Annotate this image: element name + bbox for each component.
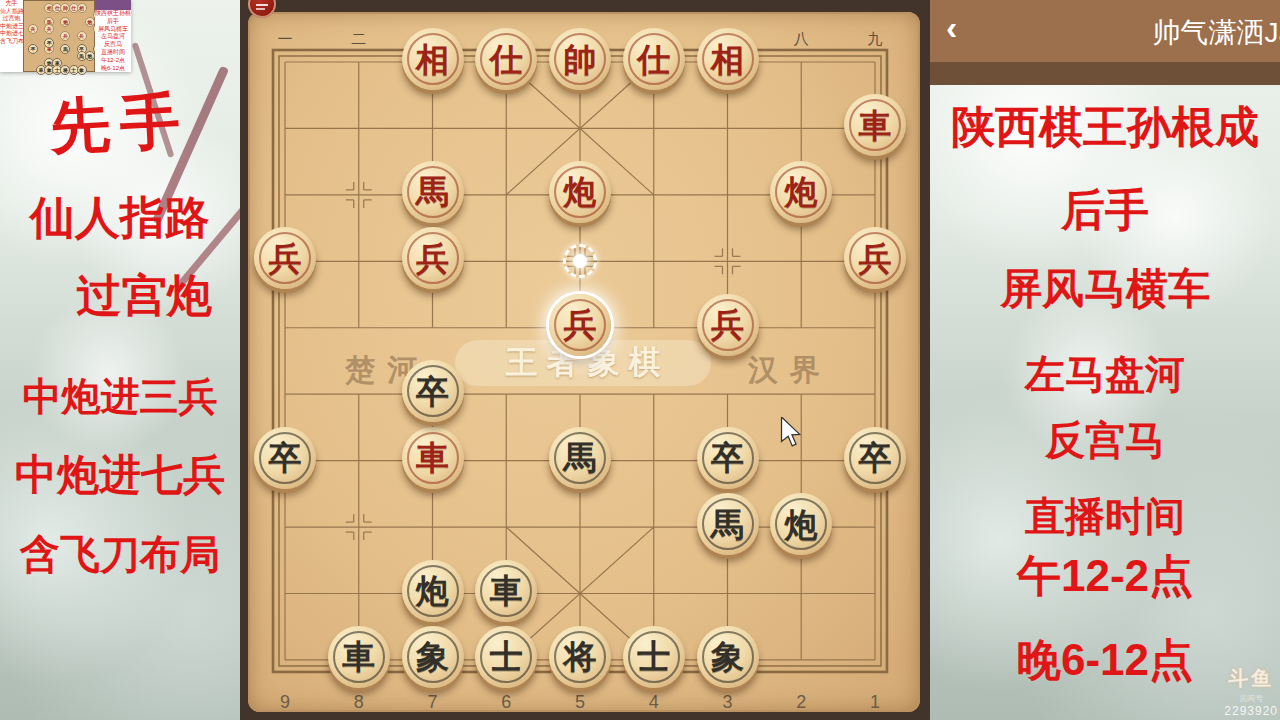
right-panel: ‹ 帅气潇洒Ja 陕西棋王孙根成后手屏风马横车左马盘河反宫马直播时间午12-2点…	[930, 0, 1280, 720]
piece-red-f5r0[interactable]: 帥	[549, 28, 611, 90]
piece-glyph: 卒	[416, 375, 449, 408]
stream-thumbnail[interactable]: 先手仙人指路过宫炮中炮进三兵中炮进七兵含飞刀布局 相仕帥仕相車馬炮炮兵兵兵兵兵車…	[0, 0, 131, 72]
left-caption: 中炮进三兵	[0, 377, 240, 418]
mini-piece: 馬	[60, 44, 70, 54]
screen: 先手仙人指路过宫炮中炮进三兵中炮进七兵含飞刀布局 一二三四五六七八九 98765…	[0, 0, 1280, 720]
mini-piece: 相	[77, 3, 87, 13]
piece-glyph: 兵	[859, 242, 892, 275]
piece-black-f6r9[interactable]: 士	[623, 626, 685, 688]
piece-red-f1r3[interactable]: 兵	[254, 227, 316, 289]
piece-black-f1r6[interactable]: 卒	[254, 427, 316, 489]
piece-glyph: 兵	[416, 242, 449, 275]
piece-glyph: 馬	[564, 441, 597, 474]
piece-glyph: 象	[416, 640, 449, 673]
piece-glyph: 炮	[416, 574, 449, 607]
piece-red-f4r0[interactable]: 仕	[475, 28, 537, 90]
mini-caption: 陕西棋王孙根成	[95, 10, 131, 18]
file-label-top: 八	[794, 30, 809, 49]
piece-glyph: 相	[416, 43, 449, 76]
piece-black-f7r7[interactable]: 馬	[697, 493, 759, 555]
file-label-top: 九	[868, 30, 883, 49]
mini-caption: 仙人指路	[0, 8, 23, 16]
piece-black-f3r5[interactable]: 卒	[402, 360, 464, 422]
douyu-logo: 斗鱼	[1224, 665, 1278, 692]
piece-black-f7r6[interactable]: 卒	[697, 427, 759, 489]
left-caption: 含飞刀布局	[0, 533, 240, 575]
file-label-bottom: 1	[870, 692, 880, 713]
thumbnail-right-text: 陕西棋王孙根成后手屏风马横车左马盘河反宫马直播时间午12-2点晚6-12点	[95, 0, 131, 72]
piece-red-f7r0[interactable]: 相	[697, 28, 759, 90]
piece-glyph: 将	[564, 640, 597, 673]
room-number: 2293920	[1224, 704, 1278, 718]
xiangqi-board: 一二三四五六七八九 987654321 楚河 汉界 王者象棋 相仕帥仕相車馬炮炮…	[248, 12, 920, 712]
piece-glyph: 炮	[785, 508, 818, 541]
piece-red-f3r3[interactable]: 兵	[402, 227, 464, 289]
file-label-bottom: 2	[796, 692, 806, 713]
piece-black-f3r8[interactable]: 炮	[402, 560, 464, 622]
left-caption: 仙人指路	[0, 194, 240, 241]
piece-glyph: 車	[490, 574, 523, 607]
mini-caption: 含飞刀布局	[0, 38, 23, 46]
mini-caption: 中炮进三兵	[0, 23, 23, 31]
piece-glyph: 相	[711, 43, 744, 76]
thumbnail-mini-board: 相仕帥仕相車馬炮炮兵兵兵兵兵車卒卒馬卒卒馬炮炮車車象士将士象	[23, 0, 95, 72]
mini-piece: 炮	[60, 17, 70, 27]
piece-red-f9r1[interactable]: 車	[844, 94, 906, 156]
piece-glyph: 車	[342, 640, 375, 673]
piece-red-f3r2[interactable]: 馬	[402, 161, 464, 223]
right-caption: 反宫马	[930, 419, 1280, 461]
file-label-bottom: 6	[501, 692, 511, 713]
piece-red-f9r3[interactable]: 兵	[844, 227, 906, 289]
left-caption: 中炮进七兵	[0, 453, 240, 497]
piece-black-f3r9[interactable]: 象	[402, 626, 464, 688]
piece-glyph: 炮	[564, 175, 597, 208]
piece-glyph: 士	[637, 640, 670, 673]
piece-red-f7r4[interactable]: 兵	[697, 294, 759, 356]
piece-red-f8r2[interactable]: 炮	[770, 161, 832, 223]
file-label-bottom: 7	[427, 692, 437, 713]
mini-piece: 兵	[60, 31, 70, 41]
app-header: ‹ 帅气潇洒Ja	[930, 0, 1280, 62]
piece-red-f3r0[interactable]: 相	[402, 28, 464, 90]
thumbnail-header-bar	[95, 0, 131, 10]
river-label-han: 汉界	[748, 350, 832, 391]
piece-black-f7r9[interactable]: 象	[697, 626, 759, 688]
douyu-watermark: 斗鱼 房间号 2293920	[1224, 665, 1278, 718]
piece-glyph: 炮	[785, 175, 818, 208]
piece-black-f5r6[interactable]: 馬	[549, 427, 611, 489]
piece-glyph: 兵	[269, 242, 302, 275]
last-move-marker	[563, 244, 597, 278]
right-caption: 后手	[930, 187, 1280, 233]
piece-glyph: 卒	[711, 441, 744, 474]
mini-caption: 直播时间	[95, 49, 131, 57]
piece-red-f6r0[interactable]: 仕	[623, 28, 685, 90]
mini-caption: 午12-2点	[95, 57, 131, 65]
piece-black-f8r7[interactable]: 炮	[770, 493, 832, 555]
mini-caption: 屏风马横车	[95, 26, 131, 34]
mini-caption: 过宫炮	[0, 15, 23, 23]
file-label-bottom: 8	[354, 692, 364, 713]
back-icon[interactable]: ‹	[946, 8, 957, 47]
left-caption: 过宫炮	[24, 272, 264, 319]
mini-caption: 先手	[0, 0, 23, 8]
file-label-top: 二	[351, 30, 366, 49]
file-label-bottom: 4	[649, 692, 659, 713]
thumbnail-left-text: 先手仙人指路过宫炮中炮进三兵中炮进七兵含飞刀布局	[0, 0, 23, 72]
room-label: 房间号	[1224, 693, 1278, 704]
mini-piece: 卒	[28, 44, 38, 54]
mini-piece: 炮	[85, 51, 95, 61]
mini-caption: 反宫马	[95, 41, 131, 49]
right-caption: 屏风马横车	[930, 267, 1280, 311]
header-substrip	[930, 62, 1280, 85]
piece-black-f4r9[interactable]: 士	[475, 626, 537, 688]
piece-red-f5r2[interactable]: 炮	[549, 161, 611, 223]
mini-caption: 晚6-12点	[95, 65, 131, 72]
piece-black-f5r9[interactable]: 将	[549, 626, 611, 688]
right-caption: 午12-2点	[930, 553, 1280, 599]
mini-piece: 象	[77, 65, 87, 75]
mini-caption: 中炮进七兵	[0, 30, 23, 38]
piece-glyph: 卒	[859, 441, 892, 474]
mini-caption: 后手	[95, 18, 131, 26]
piece-glyph: 士	[490, 640, 523, 673]
right-caption: 陕西棋王孙根成	[930, 104, 1280, 150]
piece-black-f2r9[interactable]: 車	[328, 626, 390, 688]
piece-glyph: 象	[711, 640, 744, 673]
header-title: 帅气潇洒Ja	[1152, 14, 1280, 52]
piece-black-f4r8[interactable]: 車	[475, 560, 537, 622]
piece-glyph: 卒	[269, 441, 302, 474]
mini-piece: 兵	[28, 24, 38, 34]
file-label-bottom: 3	[722, 692, 732, 713]
mini-piece: 卒	[44, 38, 54, 48]
piece-glyph: 車	[859, 109, 892, 142]
piece-glyph: 仕	[490, 43, 523, 76]
mini-piece: 兵	[77, 31, 87, 41]
piece-glyph: 兵	[564, 308, 597, 341]
file-label-top: 一	[278, 30, 293, 49]
right-caption: 直播时间	[930, 495, 1280, 537]
piece-red-f5r4[interactable]: 兵	[549, 294, 611, 356]
file-label-bottom: 5	[575, 692, 585, 713]
piece-black-f9r6[interactable]: 卒	[844, 427, 906, 489]
piece-glyph: 帥	[564, 43, 597, 76]
piece-glyph: 仕	[637, 43, 670, 76]
right-caption: 左马盘河	[930, 353, 1280, 395]
piece-glyph: 馬	[416, 175, 449, 208]
file-label-bottom: 9	[280, 692, 290, 713]
piece-glyph: 馬	[711, 508, 744, 541]
mouse-cursor	[780, 417, 802, 451]
mini-piece: 兵	[44, 24, 54, 34]
piece-glyph: 車	[416, 441, 449, 474]
piece-red-f3r6[interactable]: 車	[402, 427, 464, 489]
left-panel: 先手仙人指路过宫炮中炮进三兵中炮进七兵含飞刀布局	[0, 0, 240, 720]
left-caption: 先手	[0, 86, 241, 161]
board-area: 一二三四五六七八九 987654321 楚河 汉界 王者象棋 相仕帥仕相車馬炮炮…	[240, 0, 930, 720]
piece-glyph: 兵	[711, 308, 744, 341]
